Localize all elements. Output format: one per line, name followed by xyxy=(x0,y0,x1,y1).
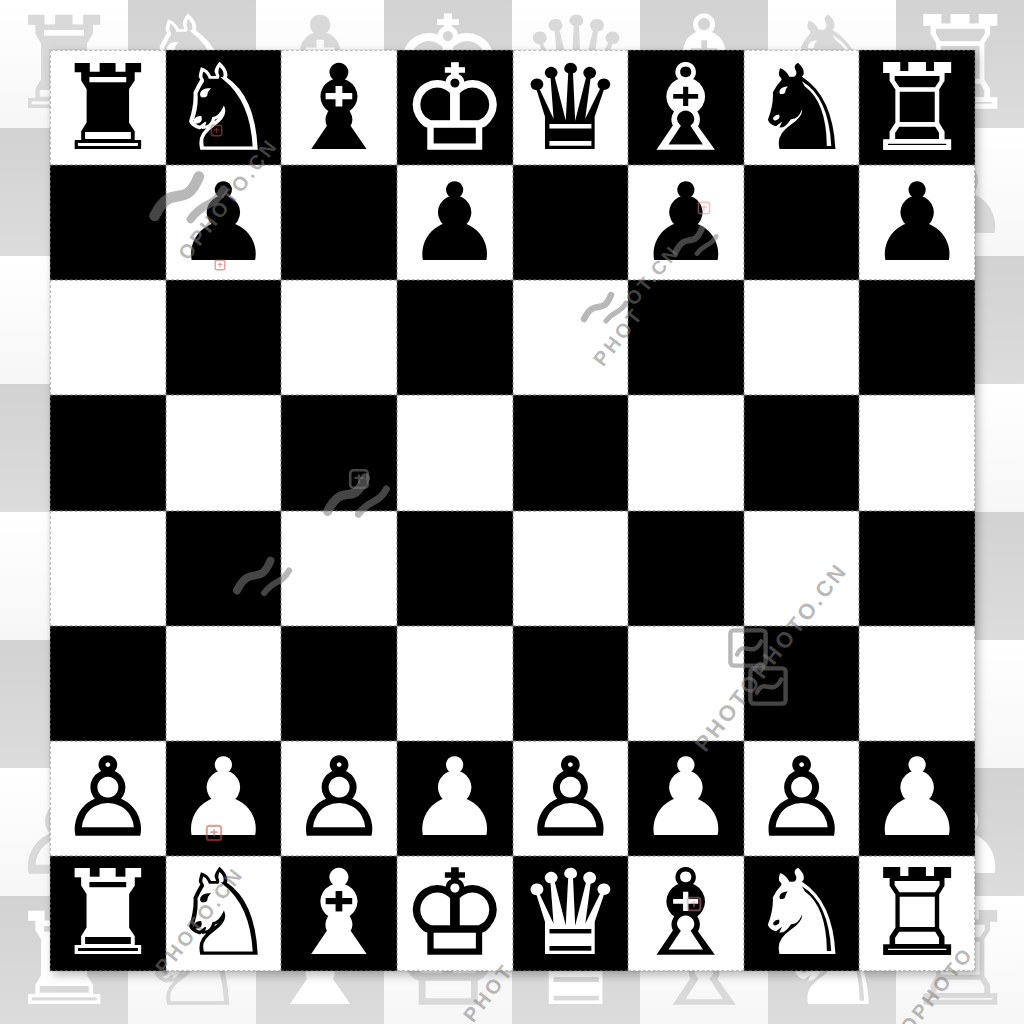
square-e2[interactable]: ♙ xyxy=(513,741,629,856)
piece-white-pawn[interactable]: ♟ xyxy=(638,744,735,852)
piece-white-pawn[interactable]: ♟ xyxy=(406,744,503,852)
square-d7[interactable]: ♟ xyxy=(397,165,513,280)
chess-board: ♜♘♝♔♛♗♞♖♟♟♟♟♙♟♙♟♙♟♙♟♜♘♝♔♛♗♞♖ xyxy=(50,50,975,971)
square-a4[interactable] xyxy=(50,511,166,626)
square-f6[interactable] xyxy=(628,280,744,395)
square-e1[interactable]: ♛ xyxy=(513,856,629,971)
square-a3[interactable] xyxy=(50,626,166,741)
square-f1[interactable]: ♗ xyxy=(628,856,744,971)
piece-white-pawn[interactable]: ♙ xyxy=(291,744,388,852)
square-c3[interactable] xyxy=(281,626,397,741)
square-d8[interactable]: ♔ xyxy=(397,50,513,165)
square-c8[interactable]: ♝ xyxy=(281,50,397,165)
square-h2[interactable]: ♟ xyxy=(859,741,975,856)
square-b7[interactable]: ♟ xyxy=(166,165,282,280)
square-h8[interactable]: ♖ xyxy=(859,50,975,165)
piece-black-pawn[interactable]: ♟ xyxy=(638,169,735,277)
square-g4[interactable] xyxy=(744,511,860,626)
piece-black-knight[interactable]: ♘ xyxy=(171,50,277,165)
piece-black-pawn[interactable]: ♟ xyxy=(869,169,966,277)
chess-clipart-image: ♜♘♝♔♛♗♞♖♟♟♟♟♙♟♙♟♙♟♙♟♜♘♝♔♛♗♞♖ ♜♘♝♔♛♗♞♖♟♟♟… xyxy=(0,0,1024,1024)
square-h6[interactable] xyxy=(859,280,975,395)
square-g8[interactable]: ♞ xyxy=(744,50,860,165)
square-g6[interactable] xyxy=(744,280,860,395)
square-d3[interactable] xyxy=(397,626,513,741)
square-a5[interactable] xyxy=(50,395,166,510)
square-d1[interactable]: ♔ xyxy=(397,856,513,971)
piece-white-pawn[interactable]: ♟ xyxy=(869,744,966,852)
square-c5[interactable] xyxy=(281,395,397,510)
piece-white-knight[interactable]: ♞ xyxy=(749,856,855,971)
square-e4[interactable] xyxy=(513,511,629,626)
piece-white-pawn[interactable]: ♟ xyxy=(175,744,272,852)
square-g2[interactable]: ♙ xyxy=(744,741,860,856)
piece-black-rook[interactable]: ♖ xyxy=(864,50,970,165)
square-e5[interactable] xyxy=(513,395,629,510)
square-f7[interactable]: ♟ xyxy=(628,165,744,280)
piece-white-pawn[interactable]: ♙ xyxy=(59,744,156,852)
piece-white-pawn[interactable]: ♙ xyxy=(753,744,850,852)
piece-white-king[interactable]: ♔ xyxy=(402,856,508,971)
piece-white-bishop[interactable]: ♝ xyxy=(286,856,392,971)
square-h1[interactable]: ♖ xyxy=(859,856,975,971)
square-e8[interactable]: ♛ xyxy=(513,50,629,165)
piece-black-knight[interactable]: ♞ xyxy=(749,50,855,165)
square-h5[interactable] xyxy=(859,395,975,510)
square-d2[interactable]: ♟ xyxy=(397,741,513,856)
square-b4[interactable] xyxy=(166,511,282,626)
square-e6[interactable] xyxy=(513,280,629,395)
square-b2[interactable]: ♟ xyxy=(166,741,282,856)
square-f4[interactable] xyxy=(628,511,744,626)
square-b8[interactable]: ♘ xyxy=(166,50,282,165)
square-e7[interactable] xyxy=(513,165,629,280)
square-a1[interactable]: ♜ xyxy=(50,856,166,971)
square-d6[interactable] xyxy=(397,280,513,395)
piece-black-pawn[interactable]: ♟ xyxy=(175,169,272,277)
square-g7[interactable] xyxy=(744,165,860,280)
square-f8[interactable]: ♗ xyxy=(628,50,744,165)
square-c1[interactable]: ♝ xyxy=(281,856,397,971)
square-c2[interactable]: ♙ xyxy=(281,741,397,856)
piece-black-rook[interactable]: ♜ xyxy=(55,50,161,165)
piece-black-king[interactable]: ♔ xyxy=(402,50,508,165)
square-b5[interactable] xyxy=(166,395,282,510)
square-h4[interactable] xyxy=(859,511,975,626)
square-a8[interactable]: ♜ xyxy=(50,50,166,165)
square-d5[interactable] xyxy=(397,395,513,510)
square-b6[interactable] xyxy=(166,280,282,395)
square-c6[interactable] xyxy=(281,280,397,395)
square-h7[interactable]: ♟ xyxy=(859,165,975,280)
square-c7[interactable] xyxy=(281,165,397,280)
square-a7[interactable] xyxy=(50,165,166,280)
square-g3[interactable] xyxy=(744,626,860,741)
piece-white-knight[interactable]: ♘ xyxy=(171,856,277,971)
square-g1[interactable]: ♞ xyxy=(744,856,860,971)
piece-white-rook[interactable]: ♜ xyxy=(55,856,161,971)
piece-black-queen[interactable]: ♛ xyxy=(517,50,623,165)
square-b1[interactable]: ♘ xyxy=(166,856,282,971)
square-g5[interactable] xyxy=(744,395,860,510)
square-f2[interactable]: ♟ xyxy=(628,741,744,856)
piece-black-bishop[interactable]: ♝ xyxy=(286,50,392,165)
piece-black-pawn[interactable]: ♟ xyxy=(406,169,503,277)
piece-black-bishop[interactable]: ♗ xyxy=(633,50,739,165)
piece-white-rook[interactable]: ♖ xyxy=(864,856,970,971)
square-d4[interactable] xyxy=(397,511,513,626)
piece-white-pawn[interactable]: ♙ xyxy=(522,744,619,852)
square-b3[interactable] xyxy=(166,626,282,741)
square-f5[interactable] xyxy=(628,395,744,510)
piece-white-bishop[interactable]: ♗ xyxy=(633,856,739,971)
square-h3[interactable] xyxy=(859,626,975,741)
square-e3[interactable] xyxy=(513,626,629,741)
piece-white-queen[interactable]: ♛ xyxy=(517,856,623,971)
square-f3[interactable] xyxy=(628,626,744,741)
square-a6[interactable] xyxy=(50,280,166,395)
square-a2[interactable]: ♙ xyxy=(50,741,166,856)
square-c4[interactable] xyxy=(281,511,397,626)
